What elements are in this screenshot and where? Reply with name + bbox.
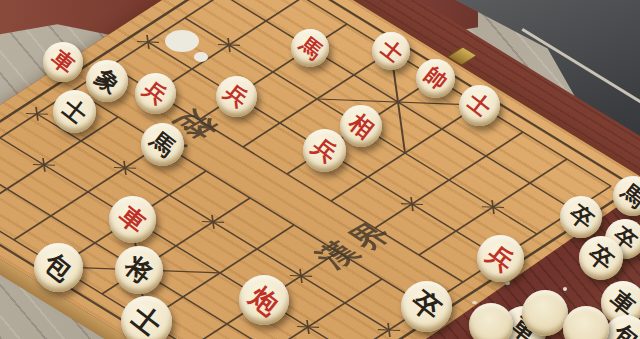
piece-red-elephant[interactable]: 相	[340, 105, 382, 147]
piece-glyph: 車	[48, 47, 79, 78]
piece-glyph: 車	[114, 201, 149, 236]
piece-black-soldier-captured-1[interactable]: 卒	[560, 196, 602, 238]
piece-red-chariot-captured[interactable]: 車	[43, 42, 83, 82]
piece-red-advisor-1[interactable]: 士	[372, 32, 410, 70]
piece-red-soldier-1[interactable]: 兵	[135, 73, 176, 114]
piece-glyph: 士	[464, 90, 495, 121]
piece-glyph: 馬	[295, 33, 324, 62]
piece-black-advisor-1[interactable]: 士	[121, 296, 172, 339]
piece-red-general[interactable]: 帥	[416, 59, 455, 98]
white-paint-blob	[194, 52, 208, 62]
piece-black-cannon-1[interactable]: 包	[34, 243, 83, 292]
piece-glyph: 馬	[146, 128, 178, 160]
piece-glyph: 包	[609, 320, 640, 339]
piece-glyph: 士	[58, 95, 90, 127]
piece-black-advisor-captured[interactable]: 士	[53, 90, 96, 133]
piece-blank-facedown-3[interactable]	[469, 303, 513, 339]
piece-glyph: 包	[40, 249, 76, 285]
piece-glyph: 兵	[140, 78, 171, 109]
piece-glyph: 卒	[565, 201, 597, 233]
piece-black-general[interactable]: 将	[115, 246, 163, 294]
piece-glyph: 馬	[618, 181, 640, 212]
piece-red-soldier-2[interactable]: 兵	[216, 76, 257, 117]
piece-black-horse[interactable]: 馬	[141, 123, 184, 166]
piece-glyph: 兵	[308, 134, 340, 166]
piece-glyph: 士	[126, 301, 165, 339]
piece-glyph: 兵	[221, 81, 252, 112]
white-paint-blob	[165, 30, 199, 52]
piece-black-elephant-captured[interactable]: 象	[86, 60, 128, 102]
piece-glyph: 炮	[245, 281, 283, 319]
piece-glyph: 卒	[584, 241, 618, 275]
piece-glyph: 兵	[482, 240, 517, 275]
piece-glyph: 相	[345, 110, 377, 142]
photo-canvas: 楚河漢界 士帥士馬相兵兵兵兵車炮馬卒将包士車象士馬卒卒卒車包車	[0, 0, 640, 339]
piece-red-soldier-3[interactable]: 兵	[303, 129, 346, 172]
piece-red-cannon[interactable]: 炮	[239, 275, 289, 325]
piece-glyph: 将	[121, 252, 157, 288]
piece-glyph: 象	[91, 65, 123, 97]
piece-glyph: 士	[376, 36, 405, 65]
piece-black-soldier-1[interactable]: 卒	[401, 281, 452, 332]
piece-glyph: 卒	[406, 286, 445, 325]
piece-red-advisor-2[interactable]: 士	[459, 85, 500, 126]
piece-black-soldier-captured-3[interactable]: 卒	[579, 236, 623, 280]
river-text-right: 漢界	[307, 214, 405, 274]
piece-red-horse[interactable]: 馬	[291, 29, 329, 67]
piece-glyph: 帥	[420, 63, 449, 92]
piece-blank-facedown-1[interactable]	[522, 290, 568, 336]
piece-red-soldier-4[interactable]: 兵	[477, 235, 524, 282]
piece-red-chariot[interactable]: 車	[109, 196, 156, 243]
